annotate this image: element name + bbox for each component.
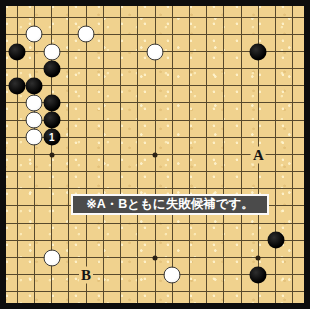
board-frame — [0, 0, 310, 309]
go-problem-diagram: 1AB ※A・Bともに失敗候補です。 — [0, 0, 310, 309]
